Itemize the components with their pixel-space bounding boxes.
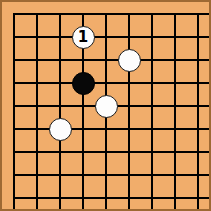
move-number-label: 1 — [78, 29, 88, 44]
grid-line-vertical — [197, 13, 199, 209]
grid-line-horizontal — [13, 13, 209, 15]
white-stone-move-1: 1 — [72, 26, 95, 49]
grid-line-vertical — [174, 13, 176, 209]
grid-line-vertical — [59, 13, 61, 209]
grid-line-horizontal — [13, 151, 209, 153]
grid-line-horizontal — [13, 82, 209, 84]
white-stone — [95, 95, 118, 118]
white-stone — [118, 49, 141, 72]
grid-line-horizontal — [13, 128, 209, 130]
grid-line-vertical — [13, 13, 15, 209]
grid-line-vertical — [36, 13, 38, 209]
grid-line-vertical — [151, 13, 153, 209]
go-board-diagram: 1 — [0, 0, 211, 211]
grid-line-horizontal — [13, 59, 209, 61]
grid-line-horizontal — [13, 36, 209, 38]
grid-line-horizontal — [13, 174, 209, 176]
grid-line-horizontal — [13, 197, 209, 199]
grid-line-vertical — [128, 13, 130, 209]
black-stone — [72, 72, 95, 95]
white-stone — [49, 118, 72, 141]
